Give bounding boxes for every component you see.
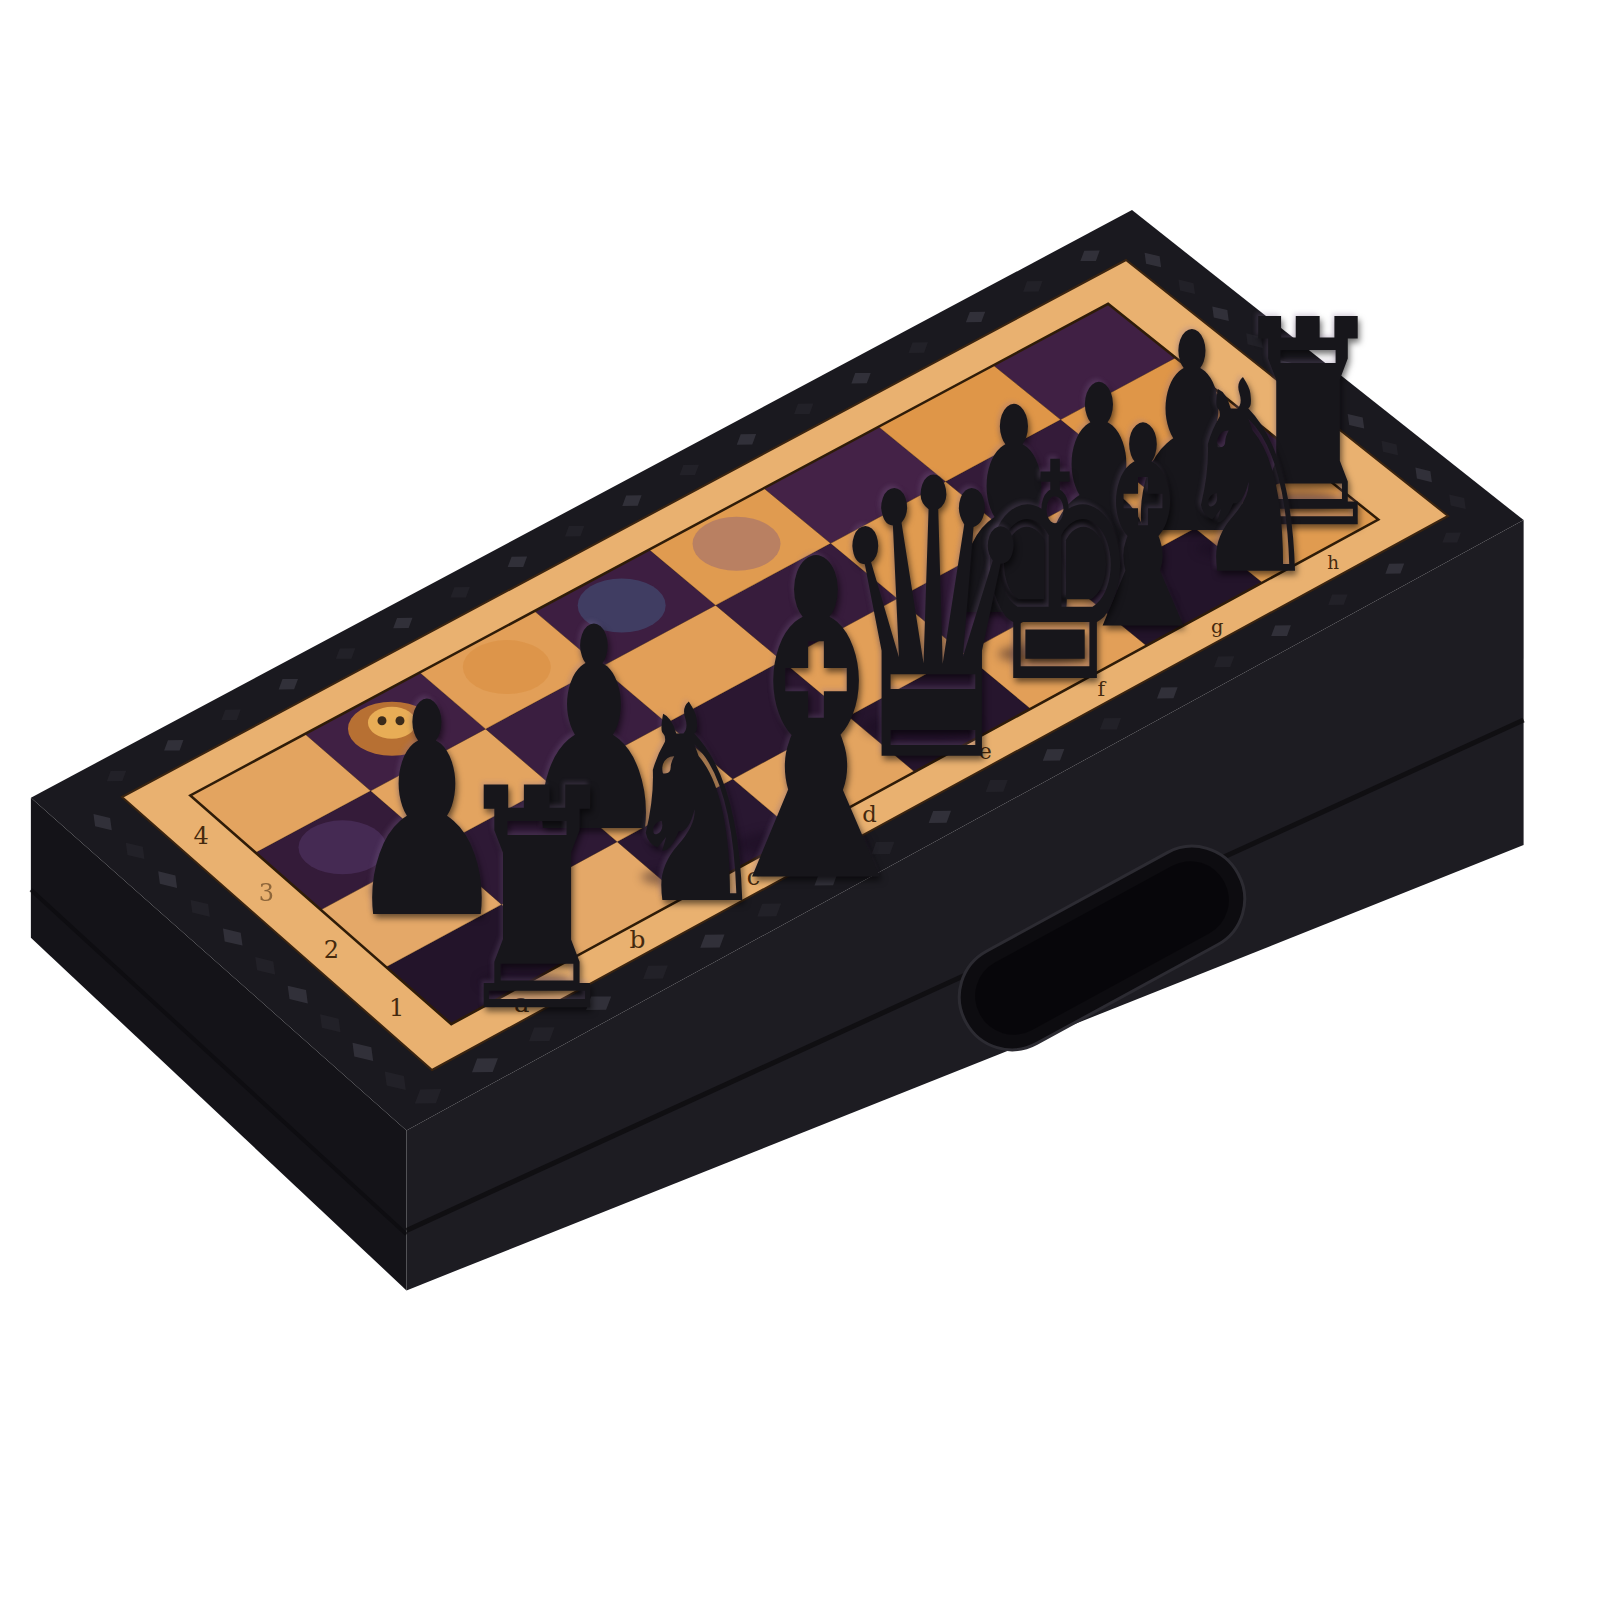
reflection-e4: [693, 517, 781, 571]
reflection-dot-b4: [395, 716, 404, 725]
reflection-c4: [463, 640, 551, 694]
file-label-b: b: [630, 925, 646, 954]
file-label-a: a: [514, 988, 530, 1018]
file-label-g: g: [1211, 615, 1223, 638]
file-label-e: e: [979, 739, 992, 764]
photo-canvas: abcdefgh1234 ♜♞♝♛♚♝♞♜♟♟♟♟♟: [0, 0, 1600, 1600]
file-label-d: d: [862, 801, 877, 827]
rank-label-1: 1: [389, 994, 404, 1022]
reflection-dot-b4: [377, 716, 386, 725]
file-label-c: c: [747, 863, 760, 891]
reflection-highlight-b4: [368, 707, 416, 739]
file-label-h: h: [1327, 552, 1339, 573]
reflection-d4: [578, 578, 666, 632]
chess-case-scene: abcdefgh1234: [0, 0, 1600, 1600]
rank-label-4: 4: [193, 822, 208, 850]
rank-label-3: 3: [259, 879, 274, 907]
rank-label-2: 2: [324, 936, 339, 964]
reflection-a3: [299, 820, 387, 874]
